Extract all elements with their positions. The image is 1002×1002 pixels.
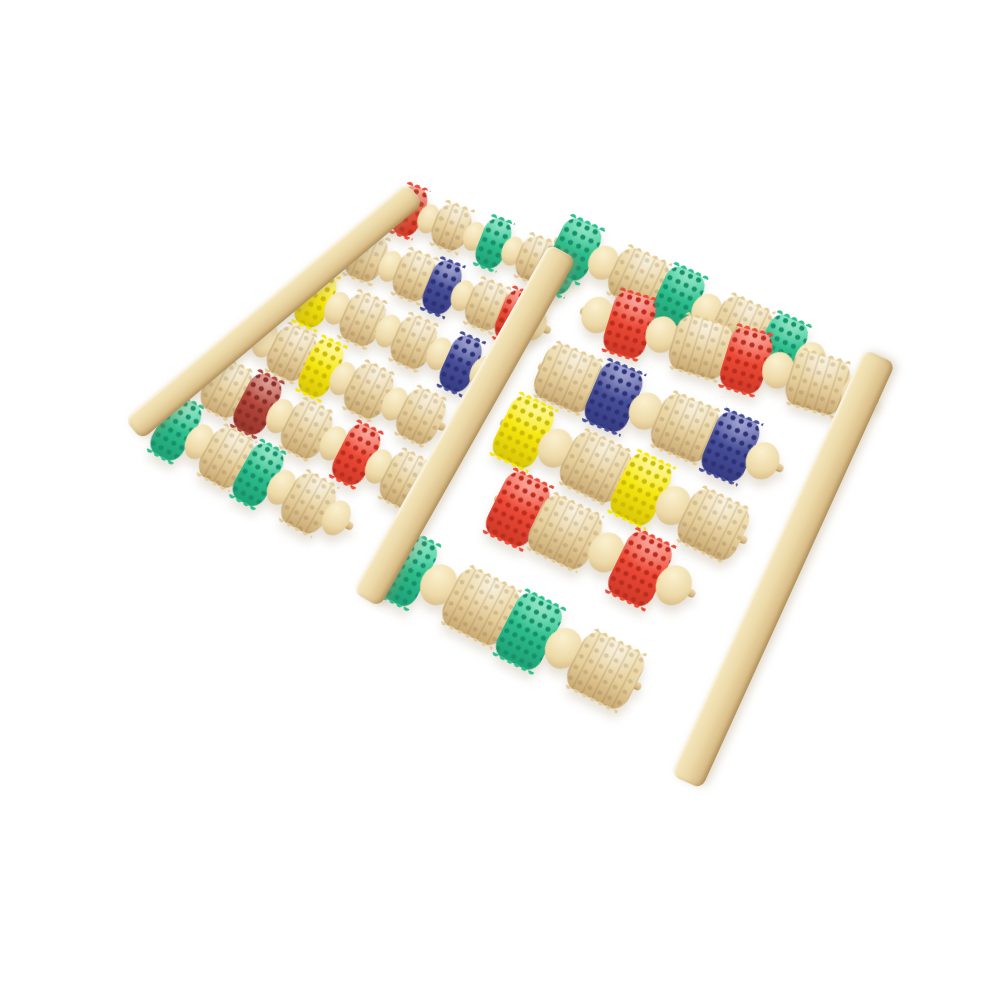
foot-massage-roller-photo (0, 0, 1002, 1002)
